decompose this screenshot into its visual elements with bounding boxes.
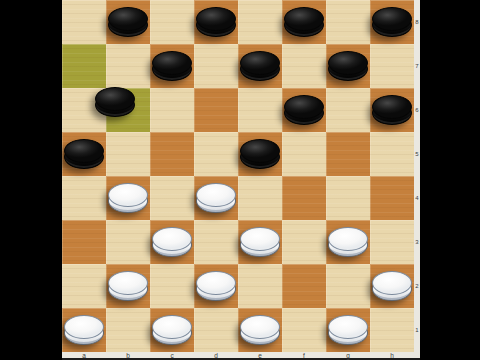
file-label-c: c <box>150 352 194 359</box>
piece-top <box>240 139 280 163</box>
black-man-b8[interactable] <box>108 7 148 37</box>
game-screenshot-canvas: 87654321 abcdefgh <box>0 0 480 360</box>
white-man-d4[interactable] <box>196 183 236 213</box>
file-label-a: a <box>62 352 106 359</box>
black-man-h8[interactable] <box>372 7 412 37</box>
white-man-b2[interactable] <box>108 271 148 301</box>
piece-top <box>108 183 148 207</box>
left-letterbox-bar <box>0 0 62 360</box>
white-man-e3[interactable] <box>240 227 280 257</box>
piece-top <box>240 315 280 339</box>
piece-top <box>64 139 104 163</box>
white-man-c3[interactable] <box>152 227 192 257</box>
piece-top <box>64 315 104 339</box>
piece-top <box>284 7 324 31</box>
white-man-e1[interactable] <box>240 315 280 345</box>
right-letterbox-bar <box>420 0 480 360</box>
black-man-d8[interactable] <box>196 7 236 37</box>
piece-top <box>240 227 280 251</box>
black-man-g7[interactable] <box>328 51 368 81</box>
black-man-f6[interactable] <box>284 95 324 125</box>
black-man-e5[interactable] <box>240 139 280 169</box>
piece-top <box>95 87 135 111</box>
piece-top <box>372 271 412 295</box>
file-label-e: e <box>238 352 282 359</box>
white-man-d2[interactable] <box>196 271 236 301</box>
white-man-c1[interactable] <box>152 315 192 345</box>
piece-top <box>196 183 236 207</box>
piece-top <box>372 95 412 119</box>
piece-top <box>108 7 148 31</box>
white-man-b4[interactable] <box>108 183 148 213</box>
piece-top <box>328 227 368 251</box>
black-man-h6[interactable] <box>372 95 412 125</box>
white-man-a1[interactable] <box>64 315 104 345</box>
file-labels: abcdefgh <box>62 352 414 359</box>
pieces-layer <box>62 0 414 352</box>
file-label-b: b <box>106 352 150 359</box>
white-man-h2[interactable] <box>372 271 412 301</box>
piece-top <box>284 95 324 119</box>
black-man-e7[interactable] <box>240 51 280 81</box>
piece-top <box>328 315 368 339</box>
black-man-a5[interactable] <box>64 139 104 169</box>
piece-top <box>372 7 412 31</box>
white-man-g3[interactable] <box>328 227 368 257</box>
white-man-g1[interactable] <box>328 315 368 345</box>
file-label-h: h <box>370 352 414 359</box>
black-man-c7[interactable] <box>152 51 192 81</box>
board-panel: 87654321 abcdefgh <box>62 0 420 360</box>
piece-top <box>152 227 192 251</box>
piece-top <box>152 315 192 339</box>
file-label-strip: abcdefgh <box>62 352 420 360</box>
piece-top <box>108 271 148 295</box>
file-label-f: f <box>282 352 326 359</box>
black-man-b6[interactable] <box>95 87 135 117</box>
piece-top <box>196 271 236 295</box>
black-man-f8[interactable] <box>284 7 324 37</box>
file-label-d: d <box>194 352 238 359</box>
piece-top <box>240 51 280 75</box>
piece-top <box>152 51 192 75</box>
file-label-g: g <box>326 352 370 359</box>
piece-top <box>196 7 236 31</box>
piece-top <box>328 51 368 75</box>
